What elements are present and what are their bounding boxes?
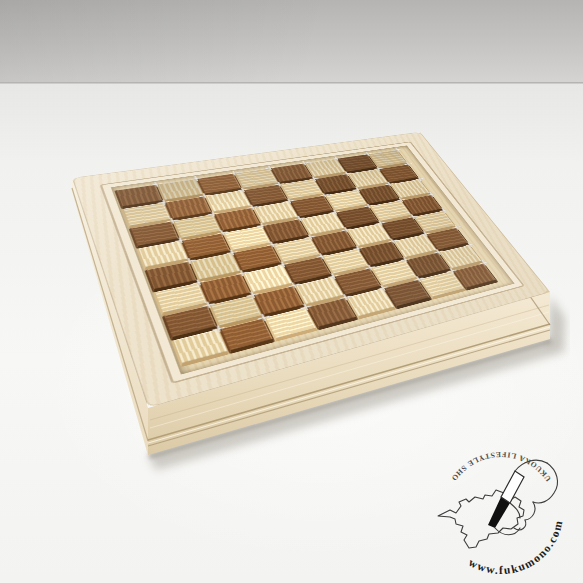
- logo-arc-bottom-text: www.fukumono.com: [467, 518, 565, 576]
- pen-nib: [488, 497, 510, 528]
- game-board: ++++++++++++++++++++++++++++++++++++++++…: [72, 132, 550, 408]
- shop-logo: FUKUOKA LIFESTYLE SHOP www.fukumono.com: [420, 428, 583, 583]
- product-photo-canvas: { "scene": { "description": "Overhead pr…: [0, 0, 583, 583]
- logo-arc-top-text: FUKUOKA LIFESTYLE SHOP: [420, 428, 553, 483]
- pen-body: [501, 471, 524, 503]
